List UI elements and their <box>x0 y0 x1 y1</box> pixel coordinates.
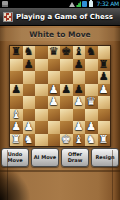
piece-white-pawn: ♟ <box>49 96 59 108</box>
piece-white-pawn: ♟ <box>74 96 84 108</box>
square-a3[interactable]: ♝ <box>10 109 23 122</box>
square-c3[interactable] <box>35 109 48 122</box>
piece-white-pawn: ♟ <box>49 84 59 96</box>
square-d5[interactable]: ♟ <box>48 84 61 97</box>
wood-seam-right <box>112 150 114 200</box>
square-h2[interactable] <box>98 121 111 134</box>
square-g3[interactable] <box>85 109 98 122</box>
square-b4[interactable] <box>23 96 36 109</box>
piece-black-pawn: ♟ <box>74 84 84 96</box>
square-e2[interactable] <box>60 121 73 134</box>
square-g7[interactable] <box>85 59 98 72</box>
square-h6[interactable]: ♟ <box>98 71 111 84</box>
corner-shadow <box>0 168 30 200</box>
square-a6[interactable] <box>10 71 23 84</box>
title-bar: Playing a Game of Chess <box>0 8 120 26</box>
square-g4[interactable]: ♛ <box>85 96 98 109</box>
piece-black-knight: ♞ <box>24 46 34 58</box>
square-f1[interactable]: ♝ <box>73 134 86 147</box>
clock: 7:32 AM <box>96 0 119 8</box>
square-c6[interactable] <box>35 71 48 84</box>
square-d4[interactable]: ♟ <box>48 96 61 109</box>
square-d1[interactable] <box>48 134 61 147</box>
square-f3[interactable] <box>73 109 86 122</box>
square-c8[interactable] <box>35 46 48 59</box>
square-c2[interactable] <box>35 121 48 134</box>
square-g1[interactable]: ♞ <box>85 134 98 147</box>
square-f8[interactable]: ♝ <box>73 46 86 59</box>
piece-black-pawn: ♟ <box>24 59 34 71</box>
piece-white-queen: ♛ <box>86 96 96 108</box>
piece-white-pawn: ♟ <box>24 121 34 133</box>
square-b6[interactable] <box>23 71 36 84</box>
move-status: White to Move <box>0 28 120 41</box>
square-c5[interactable] <box>35 84 48 97</box>
app-icon <box>3 12 13 22</box>
square-g2[interactable]: ♟ <box>85 121 98 134</box>
square-c1[interactable] <box>35 134 48 147</box>
piece-white-pawn: ♟ <box>74 121 84 133</box>
piece-black-bishop: ♝ <box>74 46 84 58</box>
ai-move-button[interactable]: AI Move <box>31 148 59 167</box>
square-a1[interactable]: ♜ <box>10 134 23 147</box>
square-f5[interactable]: ♟ <box>73 84 86 97</box>
square-e5[interactable]: ♟ <box>60 84 73 97</box>
square-g8[interactable]: ♞ <box>85 46 98 59</box>
square-h5[interactable]: ♟ <box>98 84 111 97</box>
square-e3[interactable] <box>60 109 73 122</box>
square-h8[interactable] <box>98 46 111 59</box>
square-a4[interactable] <box>10 96 23 109</box>
square-a7[interactable] <box>10 59 23 72</box>
square-g5[interactable] <box>85 84 98 97</box>
signal-strength-icon <box>76 1 81 7</box>
square-h7[interactable]: ♜ <box>98 59 111 72</box>
move-status-label: White to Move <box>29 30 90 39</box>
square-g6[interactable] <box>85 71 98 84</box>
square-h1[interactable]: ♜ <box>98 134 111 147</box>
piece-white-rook: ♜ <box>99 134 109 146</box>
notification-icon <box>2 1 8 7</box>
piece-white-pawn: ♟ <box>11 121 21 133</box>
square-c4[interactable] <box>35 96 48 109</box>
square-d8[interactable]: ♛ <box>48 46 61 59</box>
square-a8[interactable]: ♜ <box>10 46 23 59</box>
square-b5[interactable] <box>23 84 36 97</box>
piece-white-pawn: ♟ <box>86 121 96 133</box>
square-b2[interactable]: ♟ <box>23 121 36 134</box>
square-e1[interactable]: ♚ <box>60 134 73 147</box>
phone-screen: 7:32 AM Playing a Game of Chess White to… <box>0 0 120 200</box>
status-bar: 7:32 AM <box>0 0 120 8</box>
square-c7[interactable] <box>35 59 48 72</box>
undo-move-button[interactable]: Undo Move <box>1 148 29 167</box>
square-d3[interactable] <box>48 109 61 122</box>
piece-black-knight: ♞ <box>86 46 96 58</box>
piece-white-bishop: ♝ <box>11 109 21 121</box>
piece-black-king: ♚ <box>61 46 71 58</box>
square-a5[interactable]: ♟ <box>10 84 23 97</box>
piece-black-pawn: ♟ <box>74 59 84 71</box>
square-e8[interactable]: ♚ <box>60 46 73 59</box>
piece-white-pawn: ♟ <box>99 84 109 96</box>
piece-black-rook: ♜ <box>99 59 109 71</box>
resign-button[interactable]: Resign <box>91 148 119 167</box>
square-f2[interactable]: ♟ <box>73 121 86 134</box>
square-d2[interactable] <box>48 121 61 134</box>
app-title: Playing a Game of Chess <box>16 13 113 21</box>
piece-white-king: ♚ <box>61 134 71 146</box>
button-bar: Undo Move AI Move Offer Draw Resign <box>1 148 119 167</box>
piece-white-knight: ♞ <box>86 134 96 146</box>
square-b7[interactable]: ♟ <box>23 59 36 72</box>
piece-white-bishop: ♝ <box>74 134 84 146</box>
piece-black-pawn: ♟ <box>99 71 109 83</box>
piece-white-rook: ♜ <box>11 134 21 146</box>
square-b3[interactable] <box>23 109 36 122</box>
square-b1[interactable]: ♞ <box>23 134 36 147</box>
piece-black-queen: ♛ <box>49 46 59 58</box>
piece-black-rook: ♜ <box>11 46 21 58</box>
piece-white-knight: ♞ <box>24 134 34 146</box>
square-e7[interactable] <box>60 59 73 72</box>
square-f4[interactable]: ♟ <box>73 96 86 109</box>
piece-black-pawn: ♟ <box>11 84 21 96</box>
wifi-icon <box>69 2 75 7</box>
square-f6[interactable] <box>73 71 86 84</box>
square-e6[interactable] <box>60 71 73 84</box>
square-d7[interactable] <box>48 59 61 72</box>
square-d6[interactable] <box>48 71 61 84</box>
battery-icon <box>89 1 93 7</box>
square-b8[interactable]: ♞ <box>23 46 36 59</box>
square-h4[interactable] <box>98 96 111 109</box>
piece-black-pawn: ♟ <box>61 84 71 96</box>
square-a2[interactable]: ♟ <box>10 121 23 134</box>
square-f7[interactable]: ♟ <box>73 59 86 72</box>
data-sync-icon <box>82 1 87 7</box>
offer-draw-button[interactable]: Offer Draw <box>61 148 89 167</box>
chess-board: ♜♞♛♚♝♞♟♟♜♟♟♟♟♟♟♟♟♛♝♟♟♟♟♜♞♚♝♞♜ <box>9 45 111 147</box>
square-e4[interactable] <box>60 96 73 109</box>
square-h3[interactable] <box>98 109 111 122</box>
